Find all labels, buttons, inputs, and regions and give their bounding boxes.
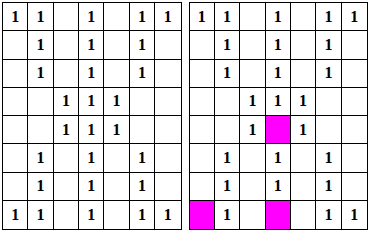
cell-r3c6[interactable]: 1 [316,60,341,88]
cell-r4c5[interactable]: 1 [291,88,316,116]
cell-r6c4[interactable]: 1 [266,144,291,172]
cell-r4c4[interactable]: 1 [266,88,291,116]
cell-r8c5[interactable] [104,201,129,229]
cell-r8c4[interactable] [266,201,291,229]
cell-r7c5[interactable] [291,173,316,201]
cell-r1c3[interactable] [240,3,265,31]
cell-r6c2[interactable]: 1 [28,144,53,172]
cell-r4c7[interactable] [342,88,367,116]
cell-r6c1[interactable] [3,144,28,172]
cell-r4c6[interactable] [130,88,155,116]
cell-r8c3[interactable] [240,201,265,229]
cell-r6c3[interactable] [240,144,265,172]
cell-r4c3[interactable]: 1 [54,88,79,116]
cell-r7c5[interactable] [104,173,129,201]
cell-r7c2[interactable]: 1 [28,173,53,201]
cell-r7c1[interactable] [3,173,28,201]
cell-r1c5[interactable] [291,3,316,31]
cell-r2c2[interactable]: 1 [215,31,240,59]
cell-r3c5[interactable] [104,60,129,88]
cell-r5c7[interactable] [155,116,180,144]
cell-r7c3[interactable] [54,173,79,201]
cell-r6c1[interactable] [190,144,215,172]
cell-r6c7[interactable] [155,144,180,172]
cell-r2c6[interactable]: 1 [130,31,155,59]
cell-r5c1[interactable] [190,116,215,144]
cell-r2c4[interactable]: 1 [266,31,291,59]
cell-r4c4[interactable]: 1 [79,88,104,116]
cell-r6c6[interactable]: 1 [130,144,155,172]
cell-r2c7[interactable] [155,31,180,59]
cell-r6c5[interactable] [104,144,129,172]
cell-r5c4[interactable] [266,116,291,144]
cell-r2c1[interactable] [3,31,28,59]
cell-r7c7[interactable] [342,173,367,201]
cell-r4c2[interactable] [28,88,53,116]
cell-r6c2[interactable]: 1 [215,144,240,172]
cell-r7c7[interactable] [155,173,180,201]
cell-r5c5[interactable]: 1 [104,116,129,144]
cell-r7c1[interactable] [190,173,215,201]
cell-r1c3[interactable] [54,3,79,31]
cell-r6c3[interactable] [54,144,79,172]
cell-r8c3[interactable] [54,201,79,229]
cell-r3c1[interactable] [3,60,28,88]
cell-r5c2[interactable] [28,116,53,144]
cell-r5c3[interactable]: 1 [54,116,79,144]
cell-r1c5[interactable] [104,3,129,31]
cell-r8c5[interactable] [291,201,316,229]
cell-r3c6[interactable]: 1 [130,60,155,88]
cell-r8c6[interactable]: 1 [316,201,341,229]
cell-r2c3[interactable] [240,31,265,59]
cell-r8c7[interactable]: 1 [342,201,367,229]
cell-r3c2[interactable]: 1 [215,60,240,88]
cell-r5c3[interactable]: 1 [240,116,265,144]
cell-r4c2[interactable] [215,88,240,116]
cell-r6c6[interactable]: 1 [316,144,341,172]
cell-r2c4[interactable]: 1 [79,31,104,59]
left-grid: 1111111111111111111111111111 [2,2,182,230]
cell-r8c1[interactable] [190,201,215,229]
cell-r1c2[interactable]: 1 [28,3,53,31]
cell-r5c7[interactable] [342,116,367,144]
cell-r4c1[interactable] [190,88,215,116]
cell-r6c5[interactable] [291,144,316,172]
cell-r2c3[interactable] [54,31,79,59]
right-grid: 1111111111111111111111111 [189,2,369,230]
cell-r8c4[interactable]: 1 [79,201,104,229]
cell-r7c6[interactable]: 1 [316,173,341,201]
cell-r3c4[interactable]: 1 [266,60,291,88]
cell-r6c7[interactable] [342,144,367,172]
cell-r3c7[interactable] [155,60,180,88]
cell-r5c6[interactable] [130,116,155,144]
cell-r2c7[interactable] [342,31,367,59]
cell-r6c4[interactable]: 1 [79,144,104,172]
cell-r7c6[interactable]: 1 [130,173,155,201]
cell-r5c5[interactable]: 1 [291,116,316,144]
cell-r1c4[interactable]: 1 [79,3,104,31]
cell-r4c6[interactable] [316,88,341,116]
cell-r5c1[interactable] [3,116,28,144]
cell-r3c7[interactable] [342,60,367,88]
cell-r3c1[interactable] [190,60,215,88]
cell-r8c1[interactable]: 1 [3,201,28,229]
cell-r1c7[interactable]: 1 [342,3,367,31]
cell-r1c2[interactable]: 1 [215,3,240,31]
cell-r3c3[interactable] [54,60,79,88]
cell-r7c4[interactable]: 1 [79,173,104,201]
cell-r2c2[interactable]: 1 [28,31,53,59]
cell-r4c3[interactable]: 1 [240,88,265,116]
cell-r7c2[interactable]: 1 [215,173,240,201]
cell-r7c4[interactable]: 1 [266,173,291,201]
cell-r1c6[interactable]: 1 [130,3,155,31]
cell-r1c7[interactable]: 1 [155,3,180,31]
cell-r1c1[interactable]: 1 [190,3,215,31]
cell-r7c3[interactable] [240,173,265,201]
cell-r5c6[interactable] [316,116,341,144]
cell-r4c5[interactable]: 1 [104,88,129,116]
cell-r5c2[interactable] [215,116,240,144]
cell-r4c1[interactable] [3,88,28,116]
cell-r8c7[interactable]: 1 [155,201,180,229]
cell-r3c5[interactable] [291,60,316,88]
cell-r5c4[interactable]: 1 [79,116,104,144]
cell-r2c1[interactable] [190,31,215,59]
cell-r2c6[interactable]: 1 [316,31,341,59]
cell-r8c2[interactable]: 1 [215,201,240,229]
cell-r3c3[interactable] [240,60,265,88]
cell-r1c4[interactable]: 1 [266,3,291,31]
cell-r1c6[interactable]: 1 [316,3,341,31]
cell-r1c1[interactable]: 1 [3,3,28,31]
cell-r3c4[interactable]: 1 [79,60,104,88]
cell-r2c5[interactable] [291,31,316,59]
cell-r3c2[interactable]: 1 [28,60,53,88]
cell-r4c7[interactable] [155,88,180,116]
cell-r8c6[interactable]: 1 [130,201,155,229]
cell-r8c2[interactable]: 1 [28,201,53,229]
puzzle-stage: 1111111111111111111111111111 11111111111… [0,0,370,232]
cell-r2c5[interactable] [104,31,129,59]
